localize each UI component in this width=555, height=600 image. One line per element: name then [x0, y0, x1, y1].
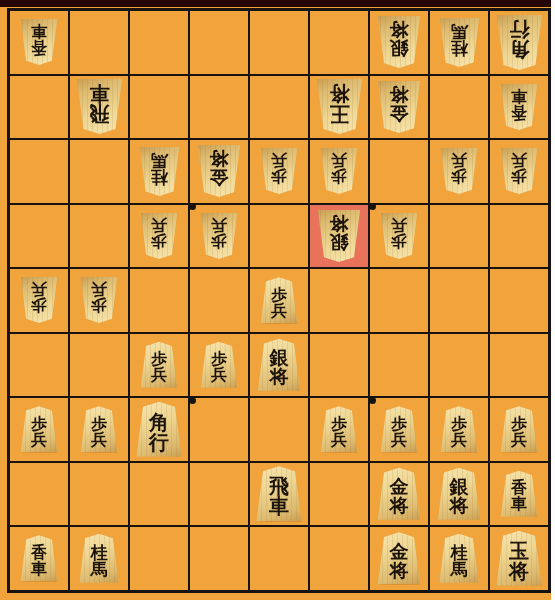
- square-r9c2[interactable]: 桂馬: [70, 527, 128, 590]
- square-r1c4[interactable]: [190, 11, 248, 74]
- piece-sente-歩兵[interactable]: 歩兵: [140, 342, 178, 388]
- square-r4c8[interactable]: [430, 205, 488, 268]
- piece-kanji: 車: [511, 496, 527, 512]
- piece-sente-歩兵[interactable]: 歩兵: [20, 406, 58, 452]
- piece-sente-金将[interactable]: 金将: [377, 532, 421, 584]
- piece-kanji: 兵: [91, 432, 107, 448]
- square-r7c9[interactable]: 歩兵: [490, 398, 548, 461]
- piece-sente-角行[interactable]: 角行: [136, 402, 183, 457]
- piece-sente-銀将[interactable]: 銀将: [257, 339, 301, 391]
- piece-gote-歩兵[interactable]: 歩兵: [140, 213, 178, 259]
- piece-kanji: 兵: [331, 432, 347, 448]
- piece-kanji: 将: [210, 150, 229, 169]
- piece-sente-香車[interactable]: 香車: [20, 535, 58, 581]
- square-r1c1[interactable]: 香車: [10, 11, 68, 74]
- square-r2c9[interactable]: 香車: [490, 76, 548, 139]
- piece-sente-歩兵[interactable]: 歩兵: [320, 406, 358, 452]
- piece-gote-香車[interactable]: 香車: [20, 19, 58, 65]
- piece-gote-歩兵[interactable]: 歩兵: [320, 148, 358, 194]
- square-r3c7[interactable]: [370, 140, 428, 203]
- piece-sente-銀将[interactable]: 銀将: [437, 468, 481, 520]
- piece-kanji: 角: [149, 412, 169, 432]
- square-r2c2[interactable]: 飛車: [70, 76, 128, 139]
- square-r1c8[interactable]: 桂馬: [430, 11, 488, 74]
- square-r1c9[interactable]: 角行: [490, 11, 548, 74]
- piece-gote-金将[interactable]: 金将: [377, 81, 421, 133]
- square-r5c5[interactable]: 歩兵: [250, 269, 308, 332]
- square-r9c8[interactable]: 桂馬: [430, 527, 488, 590]
- piece-kanji: 兵: [451, 432, 467, 448]
- square-r8c7[interactable]: 金将: [370, 463, 428, 526]
- piece-gote-王将[interactable]: 王将: [316, 79, 363, 134]
- piece-kanji: 車: [31, 24, 47, 40]
- piece-kanji: 兵: [271, 303, 287, 319]
- piece-kanji: 車: [31, 561, 47, 577]
- square-r2c1[interactable]: [10, 76, 68, 139]
- piece-kanji: 兵: [91, 282, 107, 298]
- square-r1c2[interactable]: [70, 11, 128, 74]
- piece-gote-桂馬[interactable]: 桂馬: [139, 147, 180, 196]
- piece-kanji: 車: [511, 88, 527, 104]
- piece-kanji: 将: [450, 496, 469, 515]
- square-r5c4[interactable]: [190, 269, 248, 332]
- piece-kanji: 兵: [211, 217, 227, 233]
- piece-kanji: 馬: [151, 152, 168, 169]
- piece-kanji: 将: [390, 496, 409, 515]
- piece-gote-桂馬[interactable]: 桂馬: [439, 18, 480, 67]
- window-edge-right: [551, 0, 555, 600]
- piece-kanji: 将: [390, 21, 409, 40]
- piece-kanji: 飛: [89, 104, 109, 124]
- square-r5c8[interactable]: [430, 269, 488, 332]
- piece-kanji: 兵: [451, 153, 467, 169]
- piece-kanji: 香: [511, 104, 527, 120]
- piece-gote-銀将[interactable]: 銀将: [377, 16, 421, 68]
- piece-sente-香車[interactable]: 香車: [500, 471, 538, 517]
- piece-kanji: 金: [390, 542, 409, 561]
- piece-gote-歩兵[interactable]: 歩兵: [20, 277, 58, 323]
- shogi-board: 香車銀将桂馬角行飛車王将金将香車桂馬金将歩兵歩兵歩兵歩兵歩兵歩兵銀将歩兵歩兵歩兵…: [7, 8, 551, 593]
- piece-kanji: 銀: [330, 233, 349, 252]
- square-r2c3[interactable]: [130, 76, 188, 139]
- square-r7c2[interactable]: 歩兵: [70, 398, 128, 461]
- piece-kanji: 兵: [391, 217, 407, 233]
- piece-kanji: 将: [329, 84, 349, 104]
- piece-kanji: 将: [509, 561, 529, 581]
- square-r8c8[interactable]: 銀将: [430, 463, 488, 526]
- piece-kanji: 歩: [331, 169, 347, 185]
- square-r9c6[interactable]: [310, 527, 368, 590]
- square-r7c4[interactable]: [190, 398, 248, 461]
- square-r4c2[interactable]: [70, 205, 128, 268]
- square-r3c8[interactable]: 歩兵: [430, 140, 488, 203]
- piece-kanji: 馬: [451, 23, 468, 40]
- piece-sente-歩兵[interactable]: 歩兵: [500, 406, 538, 452]
- piece-kanji: 金: [390, 104, 409, 123]
- piece-kanji: 車: [89, 84, 109, 104]
- square-r7c8[interactable]: 歩兵: [430, 398, 488, 461]
- piece-gote-角行[interactable]: 角行: [496, 15, 543, 70]
- piece-kanji: 桂: [451, 40, 468, 57]
- piece-kanji: 兵: [211, 367, 227, 383]
- square-r4c9[interactable]: [490, 205, 548, 268]
- hoshi-dot: [369, 397, 376, 404]
- piece-kanji: 将: [390, 561, 409, 580]
- square-r2c5[interactable]: [250, 76, 308, 139]
- piece-kanji: 歩: [91, 298, 107, 314]
- square-r3c4[interactable]: 金将: [190, 140, 248, 203]
- piece-kanji: 兵: [391, 432, 407, 448]
- square-r4c4[interactable]: 歩兵: [190, 205, 248, 268]
- square-r8c2[interactable]: [70, 463, 128, 526]
- square-r8c6[interactable]: [310, 463, 368, 526]
- square-r6c8[interactable]: [430, 334, 488, 397]
- piece-kanji: 歩: [451, 169, 467, 185]
- hoshi-dot: [369, 203, 376, 210]
- square-r1c6[interactable]: [310, 11, 368, 74]
- square-r6c7[interactable]: [370, 334, 428, 397]
- square-r9c1[interactable]: 香車: [10, 527, 68, 590]
- square-r3c6[interactable]: 歩兵: [310, 140, 368, 203]
- piece-gote-金将[interactable]: 金将: [197, 145, 241, 197]
- square-r8c3[interactable]: [130, 463, 188, 526]
- piece-gote-歩兵[interactable]: 歩兵: [500, 148, 538, 194]
- piece-kanji: 兵: [511, 153, 527, 169]
- square-r9c9[interactable]: 玉将: [490, 527, 548, 590]
- square-r3c2[interactable]: [70, 140, 128, 203]
- piece-kanji: 馬: [451, 561, 468, 578]
- piece-kanji: 歩: [271, 169, 287, 185]
- piece-kanji: 行: [149, 432, 169, 452]
- square-r7c7[interactable]: 歩兵: [370, 398, 428, 461]
- square-r7c5[interactable]: [250, 398, 308, 461]
- piece-kanji: 兵: [31, 282, 47, 298]
- window-edge-top: [0, 0, 555, 7]
- piece-kanji: 兵: [511, 432, 527, 448]
- square-r2c8[interactable]: [430, 76, 488, 139]
- piece-sente-歩兵[interactable]: 歩兵: [200, 342, 238, 388]
- square-r5c9[interactable]: [490, 269, 548, 332]
- piece-kanji: 将: [390, 85, 409, 104]
- piece-gote-歩兵[interactable]: 歩兵: [440, 148, 478, 194]
- square-r1c7[interactable]: 銀将: [370, 11, 428, 74]
- piece-gote-歩兵[interactable]: 歩兵: [380, 213, 418, 259]
- piece-gote-歩兵[interactable]: 歩兵: [80, 277, 118, 323]
- square-r1c5[interactable]: [250, 11, 308, 74]
- square-r4c7[interactable]: 歩兵: [370, 205, 428, 268]
- piece-kanji: 兵: [331, 153, 347, 169]
- piece-kanji: 将: [330, 214, 349, 233]
- piece-kanji: 行: [509, 20, 529, 40]
- square-r2c6[interactable]: 王将: [310, 76, 368, 139]
- square-r4c1[interactable]: [10, 205, 68, 268]
- piece-sente-歩兵[interactable]: 歩兵: [440, 406, 478, 452]
- square-r4c5[interactable]: [250, 205, 308, 268]
- piece-kanji: 玉: [509, 541, 529, 561]
- square-r2c4[interactable]: [190, 76, 248, 139]
- square-r6c6[interactable]: [310, 334, 368, 397]
- square-r3c9[interactable]: 歩兵: [490, 140, 548, 203]
- square-r8c1[interactable]: [10, 463, 68, 526]
- piece-kanji: 歩: [151, 233, 167, 249]
- piece-gote-飛車[interactable]: 飛車: [76, 79, 123, 134]
- square-r9c4[interactable]: [190, 527, 248, 590]
- square-r7c1[interactable]: 歩兵: [10, 398, 68, 461]
- square-r8c4[interactable]: [190, 463, 248, 526]
- square-r9c7[interactable]: 金将: [370, 527, 428, 590]
- piece-sente-飛車[interactable]: 飛車: [256, 466, 303, 521]
- piece-kanji: 兵: [151, 367, 167, 383]
- piece-kanji: 将: [270, 367, 289, 386]
- piece-kanji: 歩: [31, 298, 47, 314]
- piece-kanji: 歩: [391, 233, 407, 249]
- square-r1c3[interactable]: [130, 11, 188, 74]
- piece-kanji: 兵: [271, 153, 287, 169]
- square-r3c1[interactable]: [10, 140, 68, 203]
- piece-kanji: 兵: [31, 432, 47, 448]
- shogi-app-window: 香車銀将桂馬角行飛車王将金将香車桂馬金将歩兵歩兵歩兵歩兵歩兵歩兵銀将歩兵歩兵歩兵…: [0, 0, 555, 600]
- square-r8c5[interactable]: 飛車: [250, 463, 308, 526]
- square-r7c3[interactable]: 角行: [130, 398, 188, 461]
- piece-sente-金将[interactable]: 金将: [377, 468, 421, 520]
- square-r6c3[interactable]: 歩兵: [130, 334, 188, 397]
- hoshi-dot: [189, 397, 196, 404]
- piece-gote-銀将[interactable]: 銀将: [317, 210, 361, 262]
- piece-kanji: 兵: [151, 217, 167, 233]
- piece-kanji: 香: [31, 40, 47, 56]
- piece-kanji: 歩: [511, 169, 527, 185]
- piece-kanji: 金: [210, 169, 229, 188]
- square-r9c5[interactable]: [250, 527, 308, 590]
- piece-kanji: 王: [329, 104, 349, 124]
- square-r5c6[interactable]: [310, 269, 368, 332]
- square-r8c9[interactable]: 香車: [490, 463, 548, 526]
- piece-kanji: 飛: [269, 476, 289, 496]
- square-r6c4[interactable]: 歩兵: [190, 334, 248, 397]
- square-r6c2[interactable]: [70, 334, 128, 397]
- piece-sente-歩兵[interactable]: 歩兵: [380, 406, 418, 452]
- piece-kanji: 歩: [211, 233, 227, 249]
- piece-sente-歩兵[interactable]: 歩兵: [260, 277, 298, 323]
- hoshi-dot: [189, 203, 196, 210]
- square-r5c7[interactable]: [370, 269, 428, 332]
- piece-kanji: 車: [269, 496, 289, 516]
- piece-gote-香車[interactable]: 香車: [500, 84, 538, 130]
- piece-gote-歩兵[interactable]: 歩兵: [200, 213, 238, 259]
- piece-sente-桂馬[interactable]: 桂馬: [79, 534, 120, 583]
- piece-sente-歩兵[interactable]: 歩兵: [80, 406, 118, 452]
- square-r4c3[interactable]: 歩兵: [130, 205, 188, 268]
- piece-sente-桂馬[interactable]: 桂馬: [439, 534, 480, 583]
- square-r3c3[interactable]: 桂馬: [130, 140, 188, 203]
- square-r5c2[interactable]: 歩兵: [70, 269, 128, 332]
- piece-kanji: 角: [509, 40, 529, 60]
- square-r9c3[interactable]: [130, 527, 188, 590]
- piece-sente-玉将[interactable]: 玉将: [496, 531, 543, 586]
- piece-kanji: 桂: [151, 169, 168, 186]
- square-r5c1[interactable]: 歩兵: [10, 269, 68, 332]
- square-r2c7[interactable]: 金将: [370, 76, 428, 139]
- piece-gote-歩兵[interactable]: 歩兵: [260, 148, 298, 194]
- piece-kanji: 馬: [91, 561, 108, 578]
- piece-kanji: 銀: [390, 40, 409, 59]
- square-r7c6[interactable]: 歩兵: [310, 398, 368, 461]
- square-r6c1[interactable]: [10, 334, 68, 397]
- square-r5c3[interactable]: [130, 269, 188, 332]
- square-r3c5[interactable]: 歩兵: [250, 140, 308, 203]
- square-r4c6[interactable]: 銀将: [310, 205, 368, 268]
- square-r6c5[interactable]: 銀将: [250, 334, 308, 397]
- square-r6c9[interactable]: [490, 334, 548, 397]
